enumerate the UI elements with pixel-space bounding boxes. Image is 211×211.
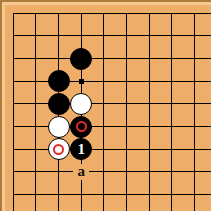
white-stone — [48, 116, 70, 138]
grid-line-horizontal — [13, 126, 211, 127]
black-stone — [70, 48, 92, 70]
grid-line-horizontal — [13, 194, 211, 195]
move-number-label: 1 — [71, 138, 91, 160]
circle-mark — [53, 144, 64, 155]
grid-line-vertical — [149, 13, 150, 211]
grid-line-vertical — [171, 13, 172, 211]
grid-line-horizontal — [13, 81, 211, 82]
grid-line-horizontal — [13, 13, 211, 14]
grid-line-vertical — [194, 13, 195, 211]
grid-line-horizontal — [13, 103, 211, 104]
grid-line-horizontal — [13, 171, 211, 172]
grid-line-vertical — [103, 13, 104, 211]
hoshi-star-point — [79, 79, 84, 84]
circle-mark — [76, 121, 87, 132]
black-stone — [70, 116, 92, 138]
white-stone — [48, 138, 70, 160]
grid-line-horizontal — [13, 35, 211, 36]
black-stone — [48, 93, 70, 115]
grid-line-horizontal — [13, 149, 211, 150]
go-board-diagram: a1 — [0, 0, 211, 211]
black-stone — [48, 70, 70, 92]
grid-line-vertical — [13, 13, 14, 211]
point-label: a — [73, 164, 89, 180]
grid-line-vertical — [35, 13, 36, 211]
black-stone: 1 — [70, 138, 92, 160]
grid-line-horizontal — [13, 58, 211, 59]
grid-line-vertical — [126, 13, 127, 211]
